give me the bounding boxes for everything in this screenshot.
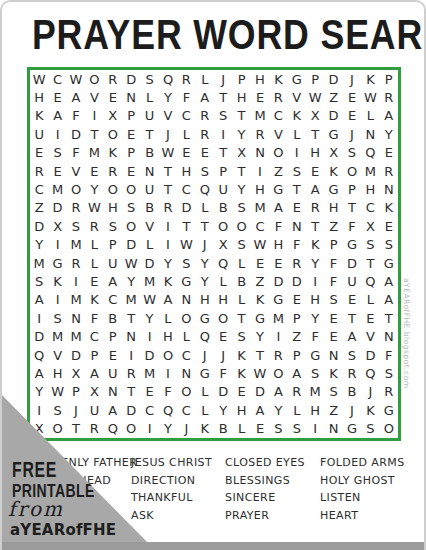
- ribbon-line-site: aYEARofFHE: [10, 521, 116, 539]
- grid-cell-r16c13: T: [251, 346, 269, 364]
- grid-cell-r1c17: D: [324, 70, 342, 88]
- word-item: PRAYER: [225, 507, 305, 525]
- grid-cell-r9c19: X: [361, 217, 379, 235]
- grid-cell-r11c6: W: [122, 254, 140, 272]
- grid-cell-r1c6: D: [122, 70, 140, 88]
- word-column: CLOSED EYESBLESSINGSSINCEREPRAYER: [225, 454, 305, 524]
- grid-cell-r6c11: P: [214, 162, 232, 180]
- grid-cell-r7c2: M: [48, 180, 66, 198]
- grid-cell-r7c15: T: [288, 180, 306, 198]
- grid-cell-r18c5: N: [104, 383, 122, 401]
- grid-cell-r6c5: R: [104, 162, 122, 180]
- grid-cell-r14c10: G: [196, 309, 214, 327]
- grid-cell-r9c18: F: [343, 217, 361, 235]
- grid-cell-r11c11: Q: [214, 254, 232, 272]
- watermark-text: aYEARofFHE.blogspot.com: [402, 278, 411, 448]
- grid-cell-r1c7: S: [140, 70, 158, 88]
- grid-cell-r2c9: F: [177, 88, 195, 106]
- grid-cell-r10c17: P: [324, 236, 342, 254]
- grid-cell-r18c1: Y: [30, 383, 48, 401]
- grid-cell-r6c13: I: [251, 162, 269, 180]
- grid-cell-r4c7: T: [140, 125, 158, 143]
- grid-cell-r15c20: N: [380, 328, 398, 346]
- grid-cell-r13c5: C: [104, 291, 122, 309]
- grid-cell-r16c18: S: [343, 346, 361, 364]
- grid-cell-r3c1: K: [30, 107, 48, 125]
- grid-cell-r3c13: M: [251, 107, 269, 125]
- grid-cell-r12c16: I: [306, 272, 324, 290]
- grid-cell-r18c7: E: [140, 383, 158, 401]
- grid-cell-r18c16: M: [306, 383, 324, 401]
- grid-cell-r14c2: S: [48, 309, 66, 327]
- grid-cell-r2c12: H: [232, 88, 250, 106]
- grid-cell-r3c8: V: [159, 107, 177, 125]
- grid-cell-r9c1: D: [30, 217, 48, 235]
- grid-cell-r19c5: A: [104, 401, 122, 419]
- grid-cell-r11c17: F: [324, 254, 342, 272]
- grid-cell-r11c18: D: [343, 254, 361, 272]
- grid-cell-r14c9: O: [177, 309, 195, 327]
- grid-cell-r20c8: Y: [159, 420, 177, 438]
- grid-cell-r15c8: H: [159, 328, 177, 346]
- grid-cell-r15c14: I: [269, 328, 287, 346]
- grid-cell-r4c14: V: [269, 125, 287, 143]
- word-item: JESUS CHRIST: [131, 454, 212, 472]
- grid-cell-r9c15: N: [288, 217, 306, 235]
- grid-cell-r4c19: N: [361, 125, 379, 143]
- grid-cell-r8c19: C: [361, 199, 379, 217]
- grid-cell-r10c6: D: [122, 236, 140, 254]
- grid-cell-r5c17: X: [324, 144, 342, 162]
- grid-cell-r16c4: P: [85, 346, 103, 364]
- grid-cell-r5c11: T: [214, 144, 232, 162]
- grid-cell-r1c2: C: [48, 70, 66, 88]
- grid-cell-r15c9: L: [177, 328, 195, 346]
- grid-cell-r9c20: E: [380, 217, 398, 235]
- grid-cell-r18c10: L: [196, 383, 214, 401]
- grid-cell-r19c4: U: [85, 401, 103, 419]
- grid-cell-r19c7: C: [140, 401, 158, 419]
- grid-cell-r1c16: P: [306, 70, 324, 88]
- grid-cell-r9c12: O: [232, 217, 250, 235]
- grid-cell-r10c15: F: [288, 236, 306, 254]
- grid-cell-r19c14: Y: [269, 401, 287, 419]
- grid-cell-r11c10: Y: [196, 254, 214, 272]
- grid-cell-r1c13: H: [251, 70, 269, 88]
- grid-cell-r12c17: F: [324, 272, 342, 290]
- grid-cell-r4c2: I: [48, 125, 66, 143]
- grid-cell-r18c8: F: [159, 383, 177, 401]
- grid-cell-r10c3: M: [67, 236, 85, 254]
- grid-cell-r16c16: G: [306, 346, 324, 364]
- word-item: HEART: [320, 507, 405, 525]
- grid-cell-r1c8: Q: [159, 70, 177, 88]
- grid-cell-r4c11: I: [214, 125, 232, 143]
- grid-cell-r14c7: Y: [140, 309, 158, 327]
- grid-cell-r1c4: O: [85, 70, 103, 88]
- grid-cell-r10c18: G: [343, 236, 361, 254]
- grid-cell-r5c15: I: [288, 144, 306, 162]
- grid-cell-r3c20: A: [380, 107, 398, 125]
- grid-cell-r2c19: W: [361, 88, 379, 106]
- word-column: JESUS CHRISTDIRECTIONTHANKFULASK: [131, 454, 212, 524]
- grid-cell-r15c17: E: [324, 328, 342, 346]
- grid-cell-r7c8: T: [159, 180, 177, 198]
- grid-cell-r20c2: O: [48, 420, 66, 438]
- grid-cell-r12c8: K: [159, 272, 177, 290]
- grid-cell-r5c20: E: [380, 144, 398, 162]
- grid-cell-r17c15: A: [288, 364, 306, 382]
- grid-cell-r8c11: B: [214, 199, 232, 217]
- grid-cell-r14c13: G: [251, 309, 269, 327]
- word-item: BLESSINGS: [225, 472, 305, 490]
- grid-cell-r20c12: L: [232, 420, 250, 438]
- grid-cell-r13c4: K: [85, 291, 103, 309]
- grid-cell-r4c10: R: [196, 125, 214, 143]
- grid-cell-r3c3: F: [67, 107, 85, 125]
- grid-cell-r20c14: S: [269, 420, 287, 438]
- grid-cell-r4c18: J: [343, 125, 361, 143]
- grid-cell-r10c5: P: [104, 236, 122, 254]
- ribbon-line-free: FREE: [12, 457, 57, 483]
- grid-cell-r14c11: O: [214, 309, 232, 327]
- grid-cell-r4c3: D: [67, 125, 85, 143]
- grid-cell-r18c9: O: [177, 383, 195, 401]
- grid-cell-r8c12: S: [232, 199, 250, 217]
- grid-cell-r5c3: F: [67, 144, 85, 162]
- grid-cell-r8c13: M: [251, 199, 269, 217]
- grid-cell-r2c8: Y: [159, 88, 177, 106]
- grid-cell-r18c19: J: [361, 383, 379, 401]
- grid-cell-r11c3: R: [67, 254, 85, 272]
- grid-cell-r9c14: F: [269, 217, 287, 235]
- grid-cell-r20c3: T: [67, 420, 85, 438]
- grid-cell-r10c11: X: [214, 236, 232, 254]
- grid-cell-r6c1: R: [30, 162, 48, 180]
- grid-cell-r1c9: R: [177, 70, 195, 88]
- grid-cell-r13c6: M: [122, 291, 140, 309]
- grid-cell-r10c1: Y: [30, 236, 48, 254]
- grid-cell-r20c17: N: [324, 420, 342, 438]
- grid-cell-r3c12: T: [232, 107, 250, 125]
- grid-cell-r3c16: X: [306, 107, 324, 125]
- grid-cell-r7c17: G: [324, 180, 342, 198]
- grid-cell-r7c16: A: [306, 180, 324, 198]
- grid-cell-r17c19: Q: [361, 364, 379, 382]
- grid-cell-r17c7: M: [140, 364, 158, 382]
- grid-cell-r6c12: T: [232, 162, 250, 180]
- grid-cell-r4c20: Y: [380, 125, 398, 143]
- page-title: PRAYER WORD SEARCH: [32, 10, 394, 60]
- grid-cell-r2c1: H: [30, 88, 48, 106]
- grid-cell-r5c8: W: [159, 144, 177, 162]
- grid-cell-r20c11: B: [214, 420, 232, 438]
- word-item: THANKFUL: [131, 489, 212, 507]
- grid-cell-r19c13: A: [251, 401, 269, 419]
- grid-cell-r9c5: S: [104, 217, 122, 235]
- grid-cell-r11c12: L: [232, 254, 250, 272]
- grid-cell-r13c11: H: [214, 291, 232, 309]
- grid-cell-r16c20: F: [380, 346, 398, 364]
- grid-cell-r1c1: W: [30, 70, 48, 88]
- ribbon-line-from: from: [8, 497, 64, 521]
- grid-cell-r16c8: O: [159, 346, 177, 364]
- grid-cell-r6c3: V: [67, 162, 85, 180]
- grid-cell-r20c9: J: [177, 420, 195, 438]
- grid-cell-r18c4: X: [85, 383, 103, 401]
- grid-cell-r8c16: R: [306, 199, 324, 217]
- grid-cell-r7c6: O: [122, 180, 140, 198]
- grid-cell-r1c3: W: [67, 70, 85, 88]
- grid-cell-r15c4: C: [85, 328, 103, 346]
- grid-cell-r13c16: H: [306, 291, 324, 309]
- grid-cell-r3c6: P: [122, 107, 140, 125]
- word-item: FOLDED ARMS: [320, 454, 405, 472]
- grid-cell-r5c4: M: [85, 144, 103, 162]
- grid-cell-r11c14: E: [269, 254, 287, 272]
- grid-cell-r16c9: C: [177, 346, 195, 364]
- grid-cell-r17c18: R: [343, 364, 361, 382]
- grid-cell-r7c12: Y: [232, 180, 250, 198]
- grid-cell-r14c15: P: [288, 309, 306, 327]
- word-item: CLOSED EYES: [225, 454, 305, 472]
- grid-cell-r9c3: S: [67, 217, 85, 235]
- grid-cell-r14c1: I: [30, 309, 48, 327]
- grid-cell-r9c11: O: [214, 217, 232, 235]
- grid-cell-r2c10: A: [196, 88, 214, 106]
- grid-cell-r3c9: C: [177, 107, 195, 125]
- grid-cell-r3c11: S: [214, 107, 232, 125]
- grid-cell-r13c3: M: [67, 291, 85, 309]
- grid-cell-r11c19: T: [361, 254, 379, 272]
- grid-cell-r17c1: A: [30, 364, 48, 382]
- grid-cell-r9c10: T: [196, 217, 214, 235]
- grid-cell-r8c6: S: [122, 199, 140, 217]
- grid-cell-r16c10: J: [196, 346, 214, 364]
- grid-cell-r20c10: K: [196, 420, 214, 438]
- grid-cell-r15c5: P: [104, 328, 122, 346]
- grid-cell-r4c17: G: [324, 125, 342, 143]
- grid-cell-r10c13: W: [251, 236, 269, 254]
- grid-cell-r12c11: L: [214, 272, 232, 290]
- grid-cell-r3c14: C: [269, 107, 287, 125]
- grid-cell-r20c18: G: [343, 420, 361, 438]
- grid-cell-r2c2: E: [48, 88, 66, 106]
- grid-cell-r11c9: S: [177, 254, 195, 272]
- grid-cell-r12c2: K: [48, 272, 66, 290]
- grid-cell-r3c10: R: [196, 107, 214, 125]
- grid-cell-r4c13: R: [251, 125, 269, 143]
- grid-cell-r5c14: O: [269, 144, 287, 162]
- grid-cell-r11c5: U: [104, 254, 122, 272]
- grid-cell-r15c11: E: [214, 328, 232, 346]
- grid-cell-r13c20: A: [380, 291, 398, 309]
- word-item: LISTEN: [320, 489, 405, 507]
- grid-cell-r11c4: L: [85, 254, 103, 272]
- grid-cell-r13c9: N: [177, 291, 195, 309]
- grid-cell-r19c3: J: [67, 401, 85, 419]
- grid-cell-r12c13: Z: [251, 272, 269, 290]
- grid-cell-r20c15: S: [288, 420, 306, 438]
- grid-cell-r19c1: I: [30, 401, 48, 419]
- grid-cell-r14c16: Y: [306, 309, 324, 327]
- grid-cell-r16c11: J: [214, 346, 232, 364]
- grid-cell-r9c17: Z: [324, 217, 342, 235]
- grid-cell-r10c2: I: [48, 236, 66, 254]
- grid-cell-r3c19: L: [361, 107, 379, 125]
- letter-grid: WCWORDSQRLJPHKGPDJKPHEAVENLYFATHERVWZEWR…: [30, 70, 398, 438]
- grid-cell-r17c5: U: [104, 364, 122, 382]
- grid-cell-r2c15: V: [288, 88, 306, 106]
- grid-cell-r20c6: O: [122, 420, 140, 438]
- grid-cell-r17c3: X: [67, 364, 85, 382]
- grid-cell-r8c1: Z: [30, 199, 48, 217]
- grid-cell-r8c5: H: [104, 199, 122, 217]
- grid-cell-r15c2: M: [48, 328, 66, 346]
- grid-cell-r17c6: R: [122, 364, 140, 382]
- grid-cell-r11c8: Y: [159, 254, 177, 272]
- grid-cell-r19c15: L: [288, 401, 306, 419]
- grid-cell-r16c7: D: [140, 346, 158, 364]
- grid-cell-r17c13: W: [251, 364, 269, 382]
- grid-cell-r12c14: D: [269, 272, 287, 290]
- grid-cell-r9c9: T: [177, 217, 195, 235]
- grid-cell-r18c18: B: [343, 383, 361, 401]
- grid-cell-r5c16: H: [306, 144, 324, 162]
- grid-cell-r15c6: N: [122, 328, 140, 346]
- grid-cell-r1c11: J: [214, 70, 232, 88]
- grid-cell-r10c20: S: [380, 236, 398, 254]
- grid-cell-r13c7: W: [140, 291, 158, 309]
- grid-cell-r18c15: R: [288, 383, 306, 401]
- grid-cell-r19c10: L: [196, 401, 214, 419]
- grid-cell-r7c3: O: [67, 180, 85, 198]
- grid-cell-r6c8: T: [159, 162, 177, 180]
- grid-cell-r15c1: D: [30, 328, 48, 346]
- grid-cell-r18c11: D: [214, 383, 232, 401]
- grid-cell-r20c19: S: [361, 420, 379, 438]
- grid-cell-r16c12: K: [232, 346, 250, 364]
- grid-cell-r20c13: E: [251, 420, 269, 438]
- grid-cell-r4c8: J: [159, 125, 177, 143]
- grid-cell-r5c10: E: [196, 144, 214, 162]
- grid-cell-r1c19: K: [361, 70, 379, 88]
- grid-cell-r6c6: E: [122, 162, 140, 180]
- grid-cell-r12c1: S: [30, 272, 48, 290]
- grid-cell-r8c4: W: [85, 199, 103, 217]
- grid-cell-r15c10: Q: [196, 328, 214, 346]
- grid-cell-r17c20: S: [380, 364, 398, 382]
- grid-cell-r16c14: R: [269, 346, 287, 364]
- grid-cell-r20c5: Q: [104, 420, 122, 438]
- grid-cell-r11c7: D: [140, 254, 158, 272]
- grid-cell-r18c17: S: [324, 383, 342, 401]
- grid-cell-r9c13: C: [251, 217, 269, 235]
- grid-cell-r6c9: H: [177, 162, 195, 180]
- grid-cell-r5c1: E: [30, 144, 48, 162]
- grid-cell-r4c6: E: [122, 125, 140, 143]
- grid-cell-r16c3: D: [67, 346, 85, 364]
- grid-cell-r7c1: C: [30, 180, 48, 198]
- grid-cell-r20c16: I: [306, 420, 324, 438]
- grid-cell-r9c8: I: [159, 217, 177, 235]
- grid-cell-r14c6: T: [122, 309, 140, 327]
- grid-cell-r12c6: Y: [122, 272, 140, 290]
- grid-cell-r19c9: C: [177, 401, 195, 419]
- grid-cell-r13c13: K: [251, 291, 269, 309]
- grid-cell-r4c12: Y: [232, 125, 250, 143]
- grid-cell-r19c16: H: [306, 401, 324, 419]
- grid-cell-r14c19: E: [361, 309, 379, 327]
- grid-cell-r2c20: R: [380, 88, 398, 106]
- grid-cell-r6c18: O: [343, 162, 361, 180]
- grid-cell-r1c20: P: [380, 70, 398, 88]
- grid-cell-r3c18: E: [343, 107, 361, 125]
- grid-cell-r6c17: K: [324, 162, 342, 180]
- grid-cell-r9c7: V: [140, 217, 158, 235]
- grid-cell-r15c13: Y: [251, 328, 269, 346]
- grid-cell-r2c13: E: [251, 88, 269, 106]
- grid-cell-r6c19: M: [361, 162, 379, 180]
- grid-cell-r13c12: L: [232, 291, 250, 309]
- grid-cell-r8c3: R: [67, 199, 85, 217]
- grid-cell-r18c20: R: [380, 383, 398, 401]
- grid-cell-r17c9: N: [177, 364, 195, 382]
- grid-cell-r10c16: K: [306, 236, 324, 254]
- word-item: ASK: [131, 507, 212, 525]
- grid-cell-r5c19: Q: [361, 144, 379, 162]
- grid-cell-r11c2: G: [48, 254, 66, 272]
- grid-cell-r9c6: O: [122, 217, 140, 235]
- grid-cell-r7c20: N: [380, 180, 398, 198]
- grid-cell-r5c5: K: [104, 144, 122, 162]
- grid-cell-r8c20: K: [380, 199, 398, 217]
- grid-cell-r4c4: T: [85, 125, 103, 143]
- grid-cell-r3c15: K: [288, 107, 306, 125]
- grid-cell-r14c17: E: [324, 309, 342, 327]
- grid-cell-r10c10: J: [196, 236, 214, 254]
- grid-cell-r14c4: F: [85, 309, 103, 327]
- grid-cell-r9c2: X: [48, 217, 66, 235]
- grid-cell-r6c4: E: [85, 162, 103, 180]
- grid-cell-r4c15: L: [288, 125, 306, 143]
- grid-cell-r5c7: B: [140, 144, 158, 162]
- grid-cell-r20c7: I: [140, 420, 158, 438]
- grid-cell-r17c17: K: [324, 364, 342, 382]
- grid-cell-r13c19: L: [361, 291, 379, 309]
- grid-cell-r13c8: A: [159, 291, 177, 309]
- grid-cell-r13c1: A: [30, 291, 48, 309]
- grid-cell-r16c1: Q: [30, 346, 48, 364]
- grid-cell-r1c10: L: [196, 70, 214, 88]
- grid-cell-r3c17: D: [324, 107, 342, 125]
- puzzle-grid-frame: WCWORDSQRLJPHKGPDJKPHEAVENLYFATHERVWZEWR…: [27, 67, 401, 441]
- grid-cell-r13c14: G: [269, 291, 287, 309]
- grid-cell-r8c14: A: [269, 199, 287, 217]
- grid-cell-r19c8: Q: [159, 401, 177, 419]
- grid-cell-r11c20: G: [380, 254, 398, 272]
- grid-cell-r17c10: G: [196, 364, 214, 382]
- grid-cell-r17c11: F: [214, 364, 232, 382]
- grid-cell-r17c2: H: [48, 364, 66, 382]
- grid-cell-r8c10: L: [196, 199, 214, 217]
- grid-cell-r15c16: F: [306, 328, 324, 346]
- grid-cell-r12c4: E: [85, 272, 103, 290]
- grid-cell-r10c9: W: [177, 236, 195, 254]
- grid-cell-r2c14: R: [269, 88, 287, 106]
- grid-cell-r2c18: E: [343, 88, 361, 106]
- grid-cell-r20c20: O: [380, 420, 398, 438]
